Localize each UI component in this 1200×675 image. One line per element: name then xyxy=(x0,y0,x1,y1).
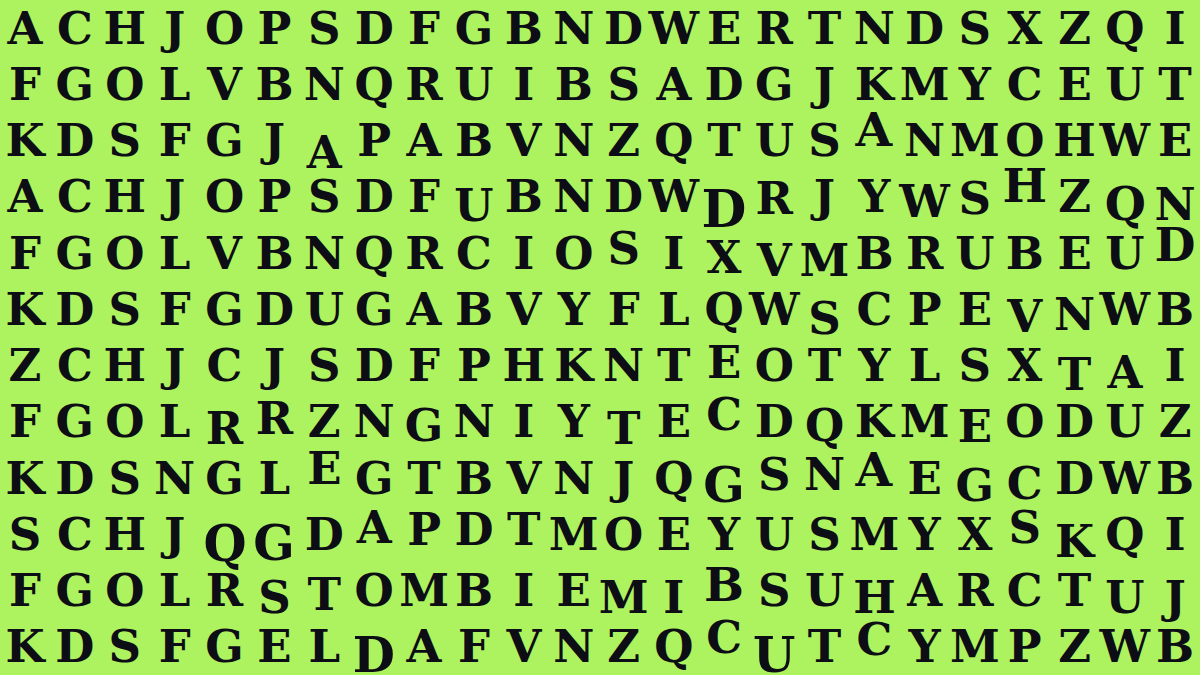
grid-cell: Z xyxy=(599,619,649,675)
grid-cell: J xyxy=(1150,570,1200,626)
grid-cell: A xyxy=(399,281,449,337)
grid-cell: P xyxy=(249,0,299,56)
grid-cell: V xyxy=(499,450,549,506)
grid-cell: G xyxy=(697,455,751,516)
grid-cell: J xyxy=(800,56,850,112)
grid-cell: V xyxy=(200,56,250,112)
grid-cell: R xyxy=(399,225,449,281)
grid-cell: S xyxy=(100,113,150,169)
grid-cell: U xyxy=(1100,570,1151,626)
grid-cell: A xyxy=(349,499,399,555)
word-search-grid: ACHJOPSDFGBNDWERTNDSXZQIFGOLVBNQRUIBSADG… xyxy=(0,0,1200,675)
grid-cell: Z xyxy=(1050,619,1100,675)
grid-cell: H xyxy=(100,506,150,562)
grid-cell: O xyxy=(100,563,150,619)
grid-cell: B xyxy=(449,563,499,619)
grid-cell: J xyxy=(800,169,850,225)
grid-cell: B xyxy=(449,281,499,337)
grid-cell: H xyxy=(100,338,150,394)
grid-cell: L xyxy=(150,394,200,450)
grid-cell: E xyxy=(549,563,599,619)
grid-cell: B xyxy=(249,56,299,112)
grid-cell: R xyxy=(899,225,950,281)
grid-cell: R xyxy=(200,401,250,457)
grid-cell: Q xyxy=(699,281,749,337)
grid-cell: A xyxy=(848,99,900,158)
grid-cell: A xyxy=(0,169,50,225)
grid-cell: T xyxy=(800,619,850,675)
grid-cell: N xyxy=(299,225,349,281)
grid-cell: B xyxy=(499,169,549,225)
grid-cell: W xyxy=(899,174,950,230)
grid-cell: L xyxy=(249,450,299,506)
grid-cell: O xyxy=(1000,394,1050,450)
grid-cell: U xyxy=(449,178,499,234)
grid-cell: S xyxy=(749,563,800,619)
grid-cell: E xyxy=(1150,113,1200,169)
grid-cell: H xyxy=(100,169,150,225)
grid-cell: E xyxy=(1050,56,1100,112)
grid-cell: Q xyxy=(649,619,700,675)
grid-cell: U xyxy=(749,506,800,562)
grid-cell: N xyxy=(549,169,599,225)
grid-cell: M xyxy=(950,619,1000,675)
grid-cell: F xyxy=(0,563,50,619)
grid-cell: R xyxy=(749,171,800,227)
grid-cell: Q xyxy=(649,113,700,169)
grid-cell: F xyxy=(599,281,649,337)
grid-cell: N xyxy=(299,56,349,112)
grid-cell: N xyxy=(150,450,200,506)
grid-cell: A xyxy=(899,563,950,619)
grid-cell: S xyxy=(100,450,150,506)
grid-cell: C xyxy=(50,169,100,225)
grid-cell: D xyxy=(50,619,100,675)
grid-cell: K xyxy=(0,281,50,337)
grid-cell: O xyxy=(200,0,250,56)
grid-cell: E xyxy=(950,281,1000,337)
grid-cell: X xyxy=(950,506,1000,562)
grid-cell: R xyxy=(249,391,299,447)
grid-cell: D xyxy=(50,281,100,337)
grid-cell: T xyxy=(1050,347,1100,403)
grid-cell: N xyxy=(549,113,599,169)
grid-cell: C xyxy=(50,506,100,562)
grid-cell: N xyxy=(599,338,649,394)
grid-cell: C xyxy=(50,338,100,394)
grid-cell: P xyxy=(899,281,950,337)
grid-cell: B xyxy=(698,554,750,613)
grid-cell: B xyxy=(849,225,899,281)
grid-cell: Z xyxy=(599,113,649,169)
grid-cell: D xyxy=(699,56,749,112)
grid-cell: D xyxy=(50,113,100,169)
grid-cell: E xyxy=(950,399,1000,455)
grid-cell: K xyxy=(0,450,50,506)
grid-cell: S xyxy=(0,506,50,562)
grid-cell: E xyxy=(649,394,700,450)
grid-cell: Q xyxy=(197,512,252,574)
grid-cell: Q xyxy=(349,56,399,112)
grid-cell: O xyxy=(549,225,599,281)
grid-cell: Y xyxy=(549,281,599,337)
grid-cell: G xyxy=(200,113,250,169)
grid-cell: J xyxy=(249,338,299,394)
grid-cell: S xyxy=(749,446,800,502)
grid-cell: D xyxy=(249,281,299,337)
grid-cell: T xyxy=(399,450,449,506)
grid-cell: C xyxy=(200,338,250,394)
grid-cell: L xyxy=(649,281,700,337)
grid-cell: L xyxy=(299,619,349,675)
grid-cell: I xyxy=(1150,0,1200,56)
grid-cell: D xyxy=(599,0,649,56)
grid-cell: T xyxy=(649,338,700,394)
grid-cell: M xyxy=(849,506,899,562)
grid-cell: R xyxy=(749,0,800,56)
grid-cell: W xyxy=(649,169,700,225)
grid-cell: B xyxy=(1150,619,1200,675)
grid-cell: N xyxy=(549,450,599,506)
grid-cell: B xyxy=(549,56,599,112)
grid-cell: S xyxy=(599,220,649,276)
grid-cell: U xyxy=(1100,394,1151,450)
grid-cell: A xyxy=(0,0,50,56)
grid-cell: J xyxy=(249,113,299,169)
grid-cell: U xyxy=(1100,56,1151,112)
grid-cell: B xyxy=(449,113,499,169)
grid-cell: U xyxy=(950,225,1000,281)
grid-cell: U xyxy=(749,113,800,169)
grid-cell: F xyxy=(0,225,50,281)
grid-cell: T xyxy=(1150,56,1200,112)
grid-cell: Y xyxy=(899,619,950,675)
grid-cell: O xyxy=(349,563,399,619)
grid-cell: T xyxy=(299,567,349,623)
grid-cell: G xyxy=(50,563,100,619)
grid-cell: Y xyxy=(899,506,950,562)
grid-cell: V xyxy=(499,113,549,169)
grid-cell: B xyxy=(1150,450,1200,506)
grid-cell: S xyxy=(1000,499,1050,555)
grid-cell: M xyxy=(599,570,649,626)
grid-cell: W xyxy=(1100,281,1151,337)
grid-cell: U xyxy=(747,625,802,675)
grid-cell: O xyxy=(749,338,800,394)
grid-cell: I xyxy=(499,394,549,450)
grid-cell: L xyxy=(150,56,200,112)
grid-cell: C xyxy=(849,281,899,337)
grid-cell: U xyxy=(800,563,850,619)
grid-cell: M xyxy=(899,394,950,450)
grid-cell: G xyxy=(749,56,800,112)
grid-cell: S xyxy=(950,171,1000,227)
grid-cell: F xyxy=(0,56,50,112)
grid-cell: E xyxy=(899,450,950,506)
grid-cell: G xyxy=(200,619,250,675)
grid-cell: F xyxy=(150,113,200,169)
grid-cell: F xyxy=(150,619,200,675)
grid-cell: G xyxy=(200,450,250,506)
grid-cell: Y xyxy=(849,169,899,225)
grid-cell: F xyxy=(0,394,50,450)
grid-cell: F xyxy=(399,338,449,394)
grid-cell: G xyxy=(399,398,449,454)
grid-cell: T xyxy=(699,113,749,169)
grid-cell: P xyxy=(1000,619,1050,675)
grid-cell: Q xyxy=(1098,173,1151,232)
grid-cell: C xyxy=(699,387,749,443)
grid-cell: N xyxy=(849,0,899,56)
grid-cell: K xyxy=(0,113,50,169)
grid-cell: E xyxy=(299,440,349,496)
grid-cell: U xyxy=(1100,225,1151,281)
grid-cell: S xyxy=(249,570,299,626)
grid-cell: H xyxy=(1050,113,1100,169)
grid-cell: S xyxy=(599,56,649,112)
grid-cell: M xyxy=(899,56,950,112)
grid-cell: J xyxy=(150,506,200,562)
grid-cell: D xyxy=(347,625,401,675)
grid-cell: J xyxy=(150,0,200,56)
grid-cell: M xyxy=(549,506,599,562)
grid-cell: S xyxy=(800,290,850,346)
grid-cell: O xyxy=(200,169,250,225)
grid-cell: W xyxy=(1100,113,1151,169)
grid-cell: Y xyxy=(549,394,599,450)
grid-cell: A xyxy=(848,440,900,499)
grid-cell: B xyxy=(449,450,499,506)
grid-cell: X xyxy=(699,229,749,285)
grid-cell: B xyxy=(499,0,549,56)
grid-cell: B xyxy=(1000,225,1050,281)
grid-cell: Y xyxy=(849,338,899,394)
grid-cell: Z xyxy=(1050,169,1100,225)
grid-cell: B xyxy=(1150,281,1200,337)
grid-cell: G xyxy=(247,513,301,574)
grid-cell: Z xyxy=(1050,0,1100,56)
grid-cell: D xyxy=(899,0,950,56)
grid-cell: I xyxy=(499,225,549,281)
grid-cell: D xyxy=(299,506,349,562)
grid-cell: C xyxy=(50,0,100,56)
grid-cell: I xyxy=(649,570,700,626)
grid-cell: N xyxy=(349,394,399,450)
grid-cell: M xyxy=(399,563,449,619)
grid-cell: R xyxy=(399,56,449,112)
grid-cell: G xyxy=(50,225,100,281)
grid-cell: A xyxy=(649,56,700,112)
grid-cell: C xyxy=(1000,56,1050,112)
grid-cell: T xyxy=(599,401,649,457)
grid-cell: S xyxy=(100,619,150,675)
grid-cell: B xyxy=(249,225,299,281)
grid-cell: J xyxy=(150,338,200,394)
grid-cell: O xyxy=(100,56,150,112)
grid-cell: E xyxy=(699,0,749,56)
grid-cell: T xyxy=(499,501,549,557)
grid-cell: N xyxy=(449,394,499,450)
grid-cell: F xyxy=(399,169,449,225)
grid-cell: S xyxy=(299,0,349,56)
grid-cell: X xyxy=(1000,0,1050,56)
grid-cell: A xyxy=(299,125,349,181)
grid-cell: G xyxy=(349,450,399,506)
grid-cell: Q xyxy=(1100,506,1151,562)
grid-cell: A xyxy=(399,113,449,169)
grid-cell: C xyxy=(849,612,899,668)
grid-cell: U xyxy=(449,56,499,112)
grid-cell: J xyxy=(599,450,649,506)
grid-cell: V xyxy=(749,232,800,288)
grid-cell: U xyxy=(299,281,349,337)
grid-cell: O xyxy=(100,394,150,450)
grid-cell: S xyxy=(800,113,850,169)
grid-cell: L xyxy=(150,563,200,619)
grid-cell: N xyxy=(549,0,599,56)
grid-cell: I xyxy=(499,563,549,619)
grid-cell: Q xyxy=(649,450,700,506)
grid-cell: Q xyxy=(349,225,399,281)
grid-cell: D xyxy=(1149,215,1200,274)
grid-cell: K xyxy=(1050,513,1100,569)
grid-cell: D xyxy=(349,169,399,225)
grid-cell: V xyxy=(499,281,549,337)
grid-cell: F xyxy=(399,0,449,56)
grid-cell: I xyxy=(649,225,700,281)
grid-cell: F xyxy=(150,281,200,337)
grid-cell: H xyxy=(100,0,150,56)
grid-cell: I xyxy=(1150,506,1200,562)
grid-cell: I xyxy=(1150,338,1200,394)
grid-cell: G xyxy=(50,394,100,450)
grid-cell: D xyxy=(599,169,649,225)
grid-cell: Q xyxy=(1100,0,1151,56)
grid-cell: H xyxy=(999,155,1051,214)
grid-cell: D xyxy=(449,501,499,557)
grid-cell: D xyxy=(749,394,800,450)
grid-cell: D xyxy=(349,338,399,394)
grid-cell: S xyxy=(299,338,349,394)
grid-cell: E xyxy=(649,506,700,562)
grid-cell: G xyxy=(950,457,1000,513)
grid-cell: O xyxy=(599,506,649,562)
grid-cell: P xyxy=(399,501,449,557)
grid-cell: N xyxy=(549,619,599,675)
grid-cell: L xyxy=(150,225,200,281)
grid-cell: N xyxy=(800,446,850,502)
grid-cell: V xyxy=(499,619,549,675)
grid-cell: N xyxy=(1050,286,1100,342)
grid-cell: Z xyxy=(0,338,50,394)
grid-cell: C xyxy=(1000,563,1050,619)
grid-cell: T xyxy=(1050,563,1100,619)
grid-cell: X xyxy=(1000,338,1050,394)
grid-cell: O xyxy=(100,225,150,281)
grid-cell: W xyxy=(1100,450,1151,506)
grid-cell: W xyxy=(1100,619,1151,675)
grid-cell: T xyxy=(800,0,850,56)
grid-cell: P xyxy=(249,169,299,225)
grid-cell: K xyxy=(0,619,50,675)
grid-cell: D xyxy=(50,450,100,506)
grid-cell: P xyxy=(449,338,499,394)
grid-cell: D xyxy=(349,0,399,56)
grid-cell: R xyxy=(950,563,1000,619)
grid-cell: W xyxy=(749,281,800,337)
grid-cell: I xyxy=(499,56,549,112)
grid-cell: P xyxy=(349,113,399,169)
grid-cell: E xyxy=(249,619,299,675)
grid-cell: G xyxy=(50,56,100,112)
grid-cell: W xyxy=(649,0,700,56)
grid-cell: S xyxy=(950,0,1000,56)
grid-cell: Y xyxy=(950,56,1000,112)
grid-cell: J xyxy=(150,169,200,225)
grid-cell: S xyxy=(950,338,1000,394)
grid-cell: M xyxy=(950,113,1000,169)
grid-cell: C xyxy=(699,610,749,666)
grid-cell: K xyxy=(549,338,599,394)
grid-cell: H xyxy=(499,338,549,394)
grid-cell: E xyxy=(1050,225,1100,281)
grid-cell: G xyxy=(200,281,250,337)
grid-cell: E xyxy=(699,335,749,391)
grid-cell: D xyxy=(1050,450,1100,506)
grid-cell: V xyxy=(200,225,250,281)
grid-cell: S xyxy=(800,506,850,562)
grid-cell: A xyxy=(1100,345,1151,401)
grid-cell: S xyxy=(100,281,150,337)
grid-cell: G xyxy=(349,281,399,337)
grid-cell: M xyxy=(800,232,850,288)
grid-cell: Z xyxy=(1150,394,1200,450)
grid-cell: G xyxy=(449,0,499,56)
grid-cell: F xyxy=(449,619,499,675)
grid-cell: A xyxy=(399,619,449,675)
grid-cell: N xyxy=(899,113,950,169)
grid-cell: V xyxy=(1000,288,1050,344)
grid-cell: L xyxy=(899,338,950,394)
